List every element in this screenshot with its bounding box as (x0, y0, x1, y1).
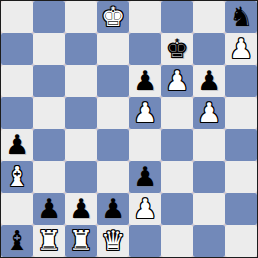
square-d3[interactable] (97, 161, 129, 193)
square-g2[interactable] (193, 193, 225, 225)
square-h2[interactable] (225, 193, 257, 225)
square-g8[interactable] (193, 1, 225, 33)
square-b8[interactable] (33, 1, 65, 33)
square-d1[interactable]: ♛ (97, 225, 129, 257)
square-g4[interactable] (193, 129, 225, 161)
black-pawn-d2: ♟ (101, 193, 125, 225)
square-f6[interactable]: ♟ (161, 65, 193, 97)
black-pawn-e6: ♟ (133, 65, 157, 97)
square-d4[interactable] (97, 129, 129, 161)
square-e2[interactable]: ♟ (129, 193, 161, 225)
chess-board: ♚♞♚♟♟♟♟♟♟♟♝♟♟♟♟♟♝♜♜♛ (0, 0, 258, 258)
square-d2[interactable]: ♟ (97, 193, 129, 225)
square-c3[interactable] (65, 161, 97, 193)
square-c1[interactable]: ♜ (65, 225, 97, 257)
square-c5[interactable] (65, 97, 97, 129)
white-king-d8: ♚ (101, 1, 125, 33)
square-a7[interactable] (1, 33, 33, 65)
black-pawn-e3: ♟ (133, 161, 157, 193)
square-f2[interactable] (161, 193, 193, 225)
square-a4[interactable]: ♟ (1, 129, 33, 161)
square-h7[interactable]: ♟ (225, 33, 257, 65)
black-knight-h8: ♞ (229, 1, 253, 33)
white-queen-d1: ♛ (101, 225, 125, 257)
square-b5[interactable] (33, 97, 65, 129)
square-h5[interactable] (225, 97, 257, 129)
square-e3[interactable]: ♟ (129, 161, 161, 193)
square-g5[interactable]: ♟ (193, 97, 225, 129)
square-h8[interactable]: ♞ (225, 1, 257, 33)
square-a2[interactable] (1, 193, 33, 225)
black-pawn-g6: ♟ (197, 65, 221, 97)
square-h3[interactable] (225, 161, 257, 193)
white-pawn-e2: ♟ (133, 193, 157, 225)
square-e7[interactable] (129, 33, 161, 65)
square-b3[interactable] (33, 161, 65, 193)
square-f4[interactable] (161, 129, 193, 161)
square-e8[interactable] (129, 1, 161, 33)
square-g3[interactable] (193, 161, 225, 193)
square-h1[interactable] (225, 225, 257, 257)
square-f1[interactable] (161, 225, 193, 257)
square-e6[interactable]: ♟ (129, 65, 161, 97)
square-a6[interactable] (1, 65, 33, 97)
black-pawn-b2: ♟ (37, 193, 61, 225)
square-b7[interactable] (33, 33, 65, 65)
square-c2[interactable]: ♟ (65, 193, 97, 225)
black-king-f7: ♚ (165, 33, 189, 65)
square-c6[interactable] (65, 65, 97, 97)
square-g1[interactable] (193, 225, 225, 257)
square-e5[interactable]: ♟ (129, 97, 161, 129)
white-rook-c1: ♜ (69, 225, 93, 257)
black-bishop-a1: ♝ (5, 225, 29, 257)
square-h4[interactable] (225, 129, 257, 161)
square-f5[interactable] (161, 97, 193, 129)
square-f7[interactable]: ♚ (161, 33, 193, 65)
square-c8[interactable] (65, 1, 97, 33)
square-f3[interactable] (161, 161, 193, 193)
square-e4[interactable] (129, 129, 161, 161)
square-c4[interactable] (65, 129, 97, 161)
square-d5[interactable] (97, 97, 129, 129)
square-b2[interactable]: ♟ (33, 193, 65, 225)
white-bishop-a3: ♝ (5, 161, 29, 193)
square-f8[interactable] (161, 1, 193, 33)
square-a3[interactable]: ♝ (1, 161, 33, 193)
square-g7[interactable] (193, 33, 225, 65)
square-d7[interactable] (97, 33, 129, 65)
black-pawn-c2: ♟ (69, 193, 93, 225)
white-pawn-e5: ♟ (133, 97, 157, 129)
white-pawn-g5: ♟ (197, 97, 221, 129)
square-a8[interactable] (1, 1, 33, 33)
white-pawn-h7: ♟ (229, 33, 253, 65)
square-d8[interactable]: ♚ (97, 1, 129, 33)
square-h6[interactable] (225, 65, 257, 97)
square-c7[interactable] (65, 33, 97, 65)
square-a1[interactable]: ♝ (1, 225, 33, 257)
white-pawn-f6: ♟ (165, 65, 189, 97)
square-a5[interactable] (1, 97, 33, 129)
square-e1[interactable] (129, 225, 161, 257)
white-rook-b1: ♜ (37, 225, 61, 257)
square-b6[interactable] (33, 65, 65, 97)
square-d6[interactable] (97, 65, 129, 97)
square-b4[interactable] (33, 129, 65, 161)
square-b1[interactable]: ♜ (33, 225, 65, 257)
black-pawn-a4: ♟ (5, 129, 29, 161)
square-g6[interactable]: ♟ (193, 65, 225, 97)
